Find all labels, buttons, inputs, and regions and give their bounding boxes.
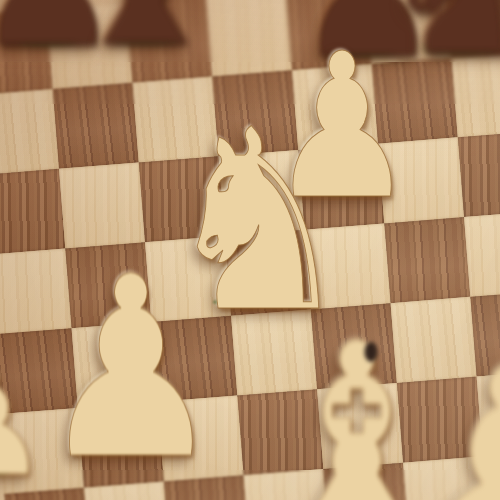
board-square xyxy=(225,230,311,316)
chess-photo: ♟♝♟♞♟♞♟♟♝♟ xyxy=(0,0,500,500)
board-square xyxy=(458,131,500,217)
board-square xyxy=(231,309,317,395)
board-square xyxy=(286,0,372,70)
board-square xyxy=(133,76,219,162)
board-square xyxy=(212,70,298,156)
board-square xyxy=(158,395,244,481)
board-square xyxy=(219,150,305,236)
board-square xyxy=(403,456,489,500)
board-square xyxy=(72,322,158,408)
board-square xyxy=(292,64,378,150)
board-square xyxy=(452,51,500,137)
board-square xyxy=(311,303,397,389)
board-square xyxy=(464,211,500,297)
board-square xyxy=(0,248,72,334)
board-square xyxy=(378,137,464,223)
board-square xyxy=(397,377,483,463)
board-square xyxy=(365,0,451,64)
board-square xyxy=(0,328,78,414)
board-square xyxy=(317,383,403,469)
board-square xyxy=(145,236,231,322)
board-square xyxy=(59,162,145,248)
board-square xyxy=(126,0,212,83)
board-square xyxy=(323,463,409,500)
board-square xyxy=(372,58,458,144)
board-square xyxy=(470,291,500,377)
board-square xyxy=(46,3,132,89)
board-square xyxy=(139,156,225,242)
board-square xyxy=(0,89,59,175)
board-square xyxy=(298,144,384,230)
board-square xyxy=(237,389,323,475)
board-square xyxy=(483,450,500,500)
board-square xyxy=(78,402,164,488)
board-square xyxy=(53,83,139,169)
board-square xyxy=(151,316,237,402)
board-square xyxy=(384,217,470,303)
board-square xyxy=(244,469,330,500)
chess-board xyxy=(0,0,500,500)
board-square xyxy=(0,408,84,494)
board-square xyxy=(305,223,391,309)
board-square xyxy=(0,9,53,95)
board-square xyxy=(206,0,292,76)
board-square xyxy=(445,0,500,58)
board-square xyxy=(65,242,151,328)
board-square xyxy=(391,297,477,383)
board-square xyxy=(0,169,65,255)
